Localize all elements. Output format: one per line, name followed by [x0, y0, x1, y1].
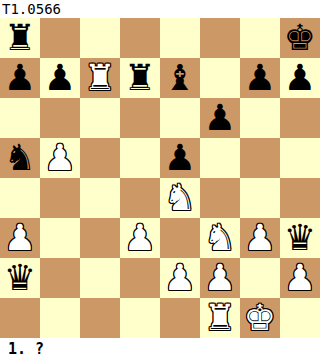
square-e8[interactable]: [160, 18, 200, 58]
puzzle-title: T1.0566: [2, 1, 61, 17]
square-a2[interactable]: ♛: [0, 258, 40, 298]
square-b3[interactable]: [40, 218, 80, 258]
square-h3[interactable]: ♛: [280, 218, 320, 258]
square-h8[interactable]: ♚: [280, 18, 320, 58]
square-e1[interactable]: [160, 298, 200, 338]
white-pawn-d3: ♟: [124, 218, 156, 258]
square-g5[interactable]: [240, 138, 280, 178]
square-a7[interactable]: ♟: [0, 58, 40, 98]
square-b5[interactable]: ♟: [40, 138, 80, 178]
square-g8[interactable]: [240, 18, 280, 58]
square-c8[interactable]: [80, 18, 120, 58]
square-d3[interactable]: ♟: [120, 218, 160, 258]
square-g3[interactable]: ♟: [240, 218, 280, 258]
black-pawn-a7: ♟: [4, 58, 36, 98]
square-g4[interactable]: [240, 178, 280, 218]
square-a5[interactable]: ♞: [0, 138, 40, 178]
square-d1[interactable]: [120, 298, 160, 338]
chess-board: ♜♚♟♟♜♜♝♟♟♟♞♟♟♞♟♟♞♟♛♛♟♟♟♜♚: [0, 18, 320, 338]
white-pawn-h2: ♟: [284, 258, 316, 298]
square-e7[interactable]: ♝: [160, 58, 200, 98]
black-pawn-h7: ♟: [284, 58, 316, 98]
black-knight-a5: ♞: [4, 138, 36, 178]
square-c4[interactable]: [80, 178, 120, 218]
square-f6[interactable]: ♟: [200, 98, 240, 138]
black-pawn-g7: ♟: [244, 58, 276, 98]
white-rook-c7: ♜: [84, 58, 116, 98]
square-c6[interactable]: [80, 98, 120, 138]
black-pawn-e5: ♟: [164, 138, 196, 178]
square-a4[interactable]: [0, 178, 40, 218]
black-king-h8: ♚: [284, 18, 316, 58]
square-c5[interactable]: [80, 138, 120, 178]
black-rook-d7: ♜: [124, 58, 156, 98]
title-bar: T1.0566: [0, 0, 320, 18]
square-f8[interactable]: [200, 18, 240, 58]
square-f4[interactable]: [200, 178, 240, 218]
white-pawn-b5: ♟: [44, 138, 76, 178]
square-h5[interactable]: [280, 138, 320, 178]
status-bar: 1. ?: [0, 338, 320, 360]
square-c7[interactable]: ♜: [80, 58, 120, 98]
square-a3[interactable]: ♟: [0, 218, 40, 258]
square-a6[interactable]: [0, 98, 40, 138]
square-g2[interactable]: [240, 258, 280, 298]
square-h2[interactable]: ♟: [280, 258, 320, 298]
square-a1[interactable]: [0, 298, 40, 338]
square-b1[interactable]: [40, 298, 80, 338]
square-a8[interactable]: ♜: [0, 18, 40, 58]
square-f7[interactable]: [200, 58, 240, 98]
square-d4[interactable]: [120, 178, 160, 218]
square-h6[interactable]: [280, 98, 320, 138]
square-e2[interactable]: ♟: [160, 258, 200, 298]
white-pawn-g3: ♟: [244, 218, 276, 258]
square-g7[interactable]: ♟: [240, 58, 280, 98]
move-prompt: 1. ?: [8, 340, 44, 358]
white-pawn-e2: ♟: [164, 258, 196, 298]
square-c3[interactable]: [80, 218, 120, 258]
square-f2[interactable]: ♟: [200, 258, 240, 298]
black-pawn-f6: ♟: [204, 98, 236, 138]
black-queen-a2: ♛: [4, 258, 36, 298]
square-b7[interactable]: ♟: [40, 58, 80, 98]
square-b8[interactable]: [40, 18, 80, 58]
square-h4[interactable]: [280, 178, 320, 218]
square-f1[interactable]: ♜: [200, 298, 240, 338]
white-king-g1: ♚: [244, 298, 276, 338]
square-d2[interactable]: [120, 258, 160, 298]
square-g1[interactable]: ♚: [240, 298, 280, 338]
white-pawn-a3: ♟: [4, 218, 36, 258]
white-pawn-f2: ♟: [204, 258, 236, 298]
square-h7[interactable]: ♟: [280, 58, 320, 98]
square-e5[interactable]: ♟: [160, 138, 200, 178]
square-b2[interactable]: [40, 258, 80, 298]
black-queen-h3: ♛: [284, 218, 316, 258]
square-f5[interactable]: [200, 138, 240, 178]
white-rook-f1: ♜: [204, 298, 236, 338]
square-d8[interactable]: [120, 18, 160, 58]
square-d6[interactable]: [120, 98, 160, 138]
square-e3[interactable]: [160, 218, 200, 258]
square-h1[interactable]: [280, 298, 320, 338]
square-e4[interactable]: ♞: [160, 178, 200, 218]
square-b4[interactable]: [40, 178, 80, 218]
black-bishop-e7: ♝: [164, 58, 196, 98]
square-b6[interactable]: [40, 98, 80, 138]
square-c2[interactable]: [80, 258, 120, 298]
square-c1[interactable]: [80, 298, 120, 338]
square-e6[interactable]: [160, 98, 200, 138]
square-d5[interactable]: [120, 138, 160, 178]
white-knight-f3: ♞: [204, 218, 236, 258]
black-pawn-b7: ♟: [44, 58, 76, 98]
white-knight-e4: ♞: [164, 178, 196, 218]
square-d7[interactable]: ♜: [120, 58, 160, 98]
square-f3[interactable]: ♞: [200, 218, 240, 258]
black-rook-a8: ♜: [4, 18, 36, 58]
square-g6[interactable]: [240, 98, 280, 138]
